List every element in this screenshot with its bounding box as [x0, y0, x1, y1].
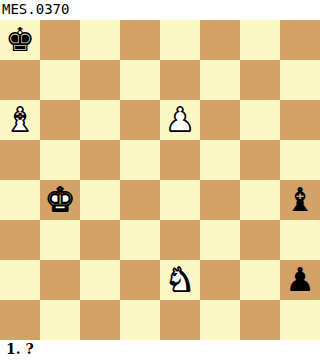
piece-black-bishop[interactable]: ♝ — [285, 180, 315, 220]
square-h1[interactable] — [280, 300, 320, 340]
square-h8[interactable] — [280, 20, 320, 60]
square-d2[interactable] — [120, 260, 160, 300]
puzzle-id: MES.0370 — [0, 0, 320, 20]
square-a2[interactable] — [0, 260, 40, 300]
square-f7[interactable] — [200, 60, 240, 100]
piece-white-knight[interactable]: ♞ — [165, 260, 195, 300]
square-a1[interactable] — [0, 300, 40, 340]
square-f5[interactable] — [200, 140, 240, 180]
piece-white-pawn[interactable]: ♟ — [165, 100, 195, 140]
square-e2[interactable]: ♞ — [160, 260, 200, 300]
square-c2[interactable] — [80, 260, 120, 300]
square-c1[interactable] — [80, 300, 120, 340]
square-h4[interactable]: ♝ — [280, 180, 320, 220]
square-f3[interactable] — [200, 220, 240, 260]
square-g5[interactable] — [240, 140, 280, 180]
square-b2[interactable] — [40, 260, 80, 300]
square-b1[interactable] — [40, 300, 80, 340]
square-d5[interactable] — [120, 140, 160, 180]
square-d3[interactable] — [120, 220, 160, 260]
square-e4[interactable] — [160, 180, 200, 220]
square-e3[interactable] — [160, 220, 200, 260]
square-b7[interactable] — [40, 60, 80, 100]
move-prompt: 1. ? — [0, 340, 320, 360]
square-d6[interactable] — [120, 100, 160, 140]
square-c8[interactable] — [80, 20, 120, 60]
square-g7[interactable] — [240, 60, 280, 100]
square-d7[interactable] — [120, 60, 160, 100]
square-f1[interactable] — [200, 300, 240, 340]
square-c6[interactable] — [80, 100, 120, 140]
square-a6[interactable]: ♝ — [0, 100, 40, 140]
square-h5[interactable] — [280, 140, 320, 180]
square-h2[interactable]: ♟ — [280, 260, 320, 300]
square-f8[interactable] — [200, 20, 240, 60]
square-e5[interactable] — [160, 140, 200, 180]
square-a8[interactable]: ♚ — [0, 20, 40, 60]
piece-white-king[interactable]: ♚ — [45, 180, 75, 220]
square-g2[interactable] — [240, 260, 280, 300]
piece-black-pawn[interactable]: ♟ — [285, 260, 315, 300]
square-a7[interactable] — [0, 60, 40, 100]
square-g3[interactable] — [240, 220, 280, 260]
piece-black-king[interactable]: ♚ — [5, 20, 35, 60]
square-b8[interactable] — [40, 20, 80, 60]
square-a4[interactable] — [0, 180, 40, 220]
square-d1[interactable] — [120, 300, 160, 340]
square-g1[interactable] — [240, 300, 280, 340]
square-b3[interactable] — [40, 220, 80, 260]
square-b5[interactable] — [40, 140, 80, 180]
piece-white-bishop[interactable]: ♝ — [5, 100, 35, 140]
square-c4[interactable] — [80, 180, 120, 220]
square-a5[interactable] — [0, 140, 40, 180]
chess-board: ♚♝♟♚♝♞♟ — [0, 20, 320, 340]
square-c7[interactable] — [80, 60, 120, 100]
square-a3[interactable] — [0, 220, 40, 260]
square-g8[interactable] — [240, 20, 280, 60]
square-e1[interactable] — [160, 300, 200, 340]
square-g6[interactable] — [240, 100, 280, 140]
square-e8[interactable] — [160, 20, 200, 60]
square-b6[interactable] — [40, 100, 80, 140]
square-b4[interactable]: ♚ — [40, 180, 80, 220]
square-h7[interactable] — [280, 60, 320, 100]
square-f6[interactable] — [200, 100, 240, 140]
square-e6[interactable]: ♟ — [160, 100, 200, 140]
square-f4[interactable] — [200, 180, 240, 220]
square-e7[interactable] — [160, 60, 200, 100]
square-h6[interactable] — [280, 100, 320, 140]
square-h3[interactable] — [280, 220, 320, 260]
square-d8[interactable] — [120, 20, 160, 60]
square-d4[interactable] — [120, 180, 160, 220]
square-c5[interactable] — [80, 140, 120, 180]
square-c3[interactable] — [80, 220, 120, 260]
square-g4[interactable] — [240, 180, 280, 220]
square-f2[interactable] — [200, 260, 240, 300]
